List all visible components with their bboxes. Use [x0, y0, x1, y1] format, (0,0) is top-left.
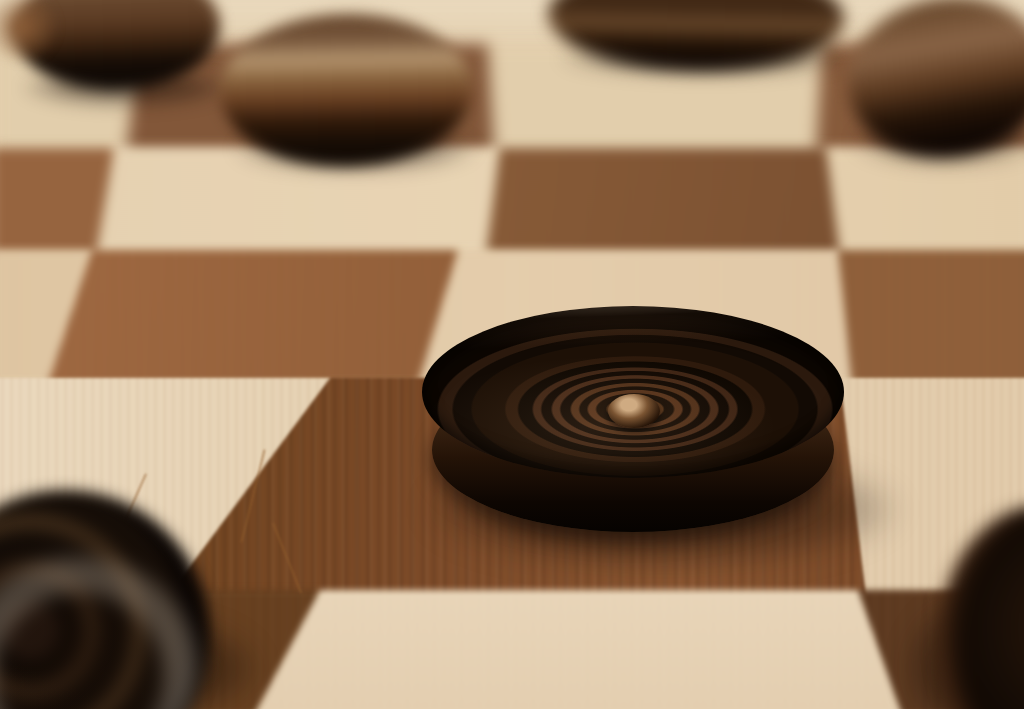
checkers-board-photo: Close-up low-angle photograph of a woode…	[0, 0, 1024, 709]
checker-grooved-face	[422, 306, 844, 478]
dark-square[interactable]	[48, 250, 458, 384]
dark-square[interactable]	[838, 250, 1024, 384]
board-row-2	[0, 148, 1024, 256]
dark-square[interactable]	[0, 148, 114, 256]
checker-center-nub	[608, 394, 660, 428]
dark-square[interactable]	[486, 148, 840, 256]
dark-checker-piece-main[interactable]	[422, 302, 844, 536]
